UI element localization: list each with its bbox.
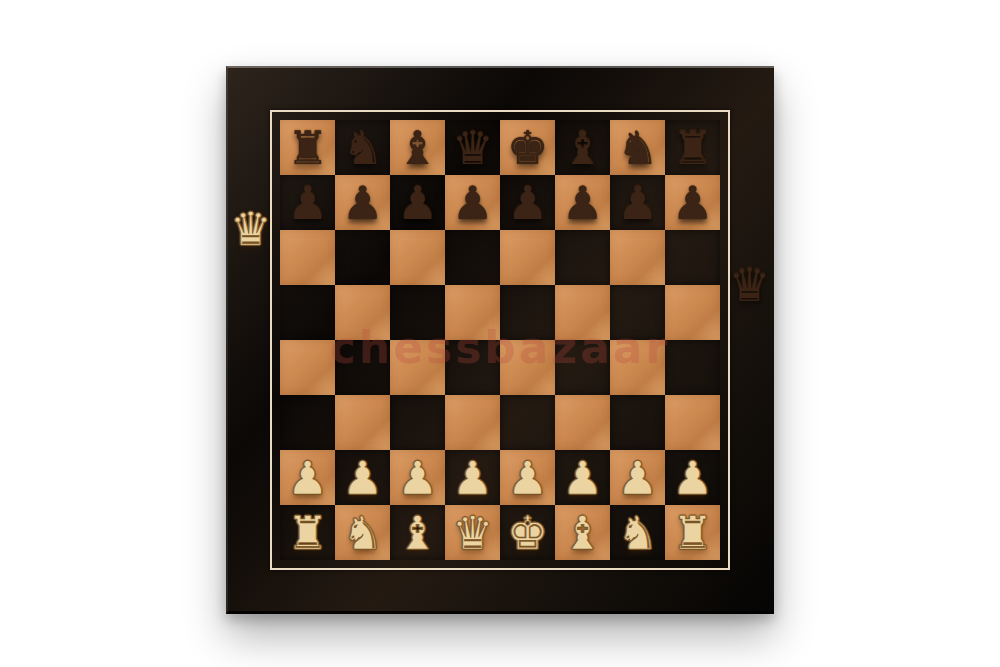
piece-white-pawn-icon: ♟ <box>397 455 438 501</box>
square-e2: ♟ <box>500 450 555 505</box>
piece-black-bishop-icon: ♝ <box>562 125 603 171</box>
piece-black-rook-icon: ♜ <box>287 125 328 171</box>
square-a8: ♜ <box>280 120 335 175</box>
square-d6 <box>445 230 500 285</box>
square-f7: ♟ <box>555 175 610 230</box>
square-d3 <box>445 395 500 450</box>
square-b8: ♞ <box>335 120 390 175</box>
square-f8: ♝ <box>555 120 610 175</box>
piece-black-king-icon: ♚ <box>507 125 548 171</box>
piece-white-king-icon: ♚ <box>507 510 548 556</box>
piece-white-rook-icon: ♜ <box>287 510 328 556</box>
square-g4 <box>610 340 665 395</box>
square-c5 <box>390 285 445 340</box>
piece-black-pawn-icon: ♟ <box>397 180 438 226</box>
chess-board: ♜♞♝♛♚♝♞♜♟♟♟♟♟♟♟♟♟♟♟♟♟♟♟♟♜♞♝♛♚♝♞♜ ♛ ♛ che… <box>226 66 774 614</box>
square-c7: ♟ <box>390 175 445 230</box>
square-e5 <box>500 285 555 340</box>
piece-black-pawn-icon: ♟ <box>562 180 603 226</box>
square-f3 <box>555 395 610 450</box>
square-b1: ♞ <box>335 505 390 560</box>
piece-black-bishop-icon: ♝ <box>397 125 438 171</box>
square-b7: ♟ <box>335 175 390 230</box>
square-a5 <box>280 285 335 340</box>
square-g3 <box>610 395 665 450</box>
square-f6 <box>555 230 610 285</box>
piece-black-pawn-icon: ♟ <box>452 180 493 226</box>
square-h3 <box>665 395 720 450</box>
square-g1: ♞ <box>610 505 665 560</box>
square-c2: ♟ <box>390 450 445 505</box>
piece-black-knight-icon: ♞ <box>617 125 658 171</box>
square-d8: ♛ <box>445 120 500 175</box>
square-h1: ♜ <box>665 505 720 560</box>
square-a1: ♜ <box>280 505 335 560</box>
square-c3 <box>390 395 445 450</box>
square-d5 <box>445 285 500 340</box>
square-g7: ♟ <box>610 175 665 230</box>
piece-white-pawn-icon: ♟ <box>452 455 493 501</box>
piece-black-rook-icon: ♜ <box>672 125 713 171</box>
piece-white-pawn-icon: ♟ <box>617 455 658 501</box>
piece-black-knight-icon: ♞ <box>342 125 383 171</box>
square-h6 <box>665 230 720 285</box>
square-c1: ♝ <box>390 505 445 560</box>
piece-white-queen-icon: ♛ <box>452 510 493 556</box>
piece-white-pawn-icon: ♟ <box>342 455 383 501</box>
square-b4 <box>335 340 390 395</box>
piece-white-bishop-icon: ♝ <box>562 510 603 556</box>
piece-white-knight-icon: ♞ <box>342 510 383 556</box>
square-g6 <box>610 230 665 285</box>
square-c8: ♝ <box>390 120 445 175</box>
square-d7: ♟ <box>445 175 500 230</box>
piece-black-pawn-icon: ♟ <box>342 180 383 226</box>
piece-white-knight-icon: ♞ <box>617 510 658 556</box>
piece-black-pawn-icon: ♟ <box>287 180 328 226</box>
piece-white-bishop-icon: ♝ <box>397 510 438 556</box>
square-e3 <box>500 395 555 450</box>
square-f1: ♝ <box>555 505 610 560</box>
spare-black-queen-icon: ♛ <box>729 262 770 308</box>
square-a2: ♟ <box>280 450 335 505</box>
square-c6 <box>390 230 445 285</box>
piece-white-pawn-icon: ♟ <box>672 455 713 501</box>
square-f4 <box>555 340 610 395</box>
square-e1: ♚ <box>500 505 555 560</box>
square-b3 <box>335 395 390 450</box>
square-d1: ♛ <box>445 505 500 560</box>
square-a4 <box>280 340 335 395</box>
square-e7: ♟ <box>500 175 555 230</box>
square-a6 <box>280 230 335 285</box>
piece-black-pawn-icon: ♟ <box>672 180 713 226</box>
piece-white-pawn-icon: ♟ <box>287 455 328 501</box>
piece-black-pawn-icon: ♟ <box>507 180 548 226</box>
square-h4 <box>665 340 720 395</box>
board-field: ♜♞♝♛♚♝♞♜♟♟♟♟♟♟♟♟♟♟♟♟♟♟♟♟♜♞♝♛♚♝♞♜ <box>280 120 720 560</box>
square-g2: ♟ <box>610 450 665 505</box>
square-e4 <box>500 340 555 395</box>
piece-white-pawn-icon: ♟ <box>507 455 548 501</box>
piece-black-pawn-icon: ♟ <box>617 180 658 226</box>
square-h2: ♟ <box>665 450 720 505</box>
square-h7: ♟ <box>665 175 720 230</box>
square-f2: ♟ <box>555 450 610 505</box>
square-d2: ♟ <box>445 450 500 505</box>
piece-white-rook-icon: ♜ <box>672 510 713 556</box>
square-b5 <box>335 285 390 340</box>
square-c4 <box>390 340 445 395</box>
square-e8: ♚ <box>500 120 555 175</box>
square-g8: ♞ <box>610 120 665 175</box>
square-h8: ♜ <box>665 120 720 175</box>
piece-white-pawn-icon: ♟ <box>562 455 603 501</box>
square-a7: ♟ <box>280 175 335 230</box>
piece-black-queen-icon: ♛ <box>452 125 493 171</box>
spare-white-queen-icon: ♛ <box>230 206 271 252</box>
square-d4 <box>445 340 500 395</box>
square-g5 <box>610 285 665 340</box>
square-f5 <box>555 285 610 340</box>
square-b6 <box>335 230 390 285</box>
square-b2: ♟ <box>335 450 390 505</box>
square-a3 <box>280 395 335 450</box>
product-photo-stage: ♜♞♝♛♚♝♞♜♟♟♟♟♟♟♟♟♟♟♟♟♟♟♟♟♜♞♝♛♚♝♞♜ ♛ ♛ che… <box>0 0 1000 667</box>
square-e6 <box>500 230 555 285</box>
square-h5 <box>665 285 720 340</box>
